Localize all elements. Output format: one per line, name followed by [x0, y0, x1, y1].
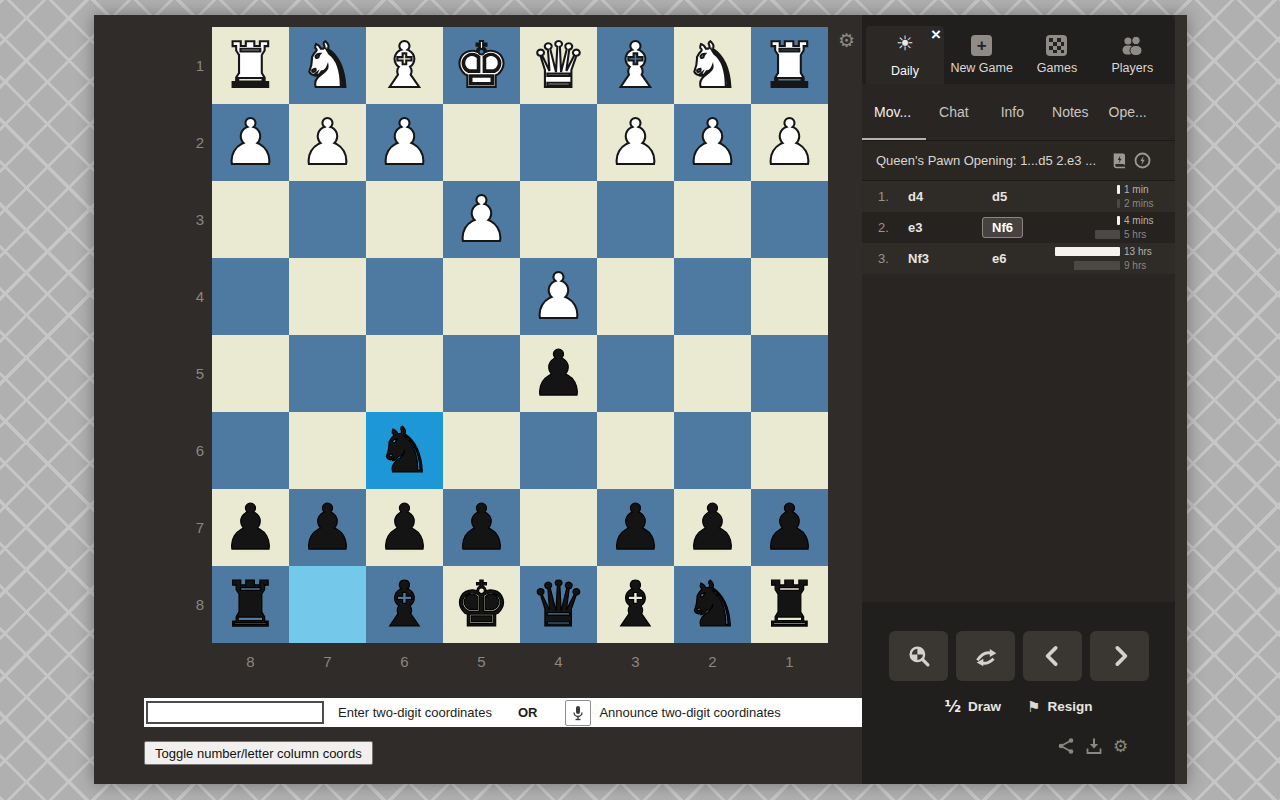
chess-board[interactable]: ♜♞♝♚♛♝♞♜♟♟♟♟♟♟♟♟♟♞♟♟♟♟♟♟♟♜♝♚♛♝♞♜ [212, 27, 828, 643]
square-e6[interactable] [443, 412, 520, 489]
square-d4[interactable]: ♟ [520, 258, 597, 335]
share-icon[interactable] [1057, 737, 1075, 755]
square-d1[interactable]: ♛ [520, 27, 597, 104]
tab-info[interactable]: Info [1001, 104, 1024, 120]
file-label-7: 7 [289, 649, 366, 675]
square-g5[interactable] [289, 335, 366, 412]
app-window: 12345678 ♜♞♝♚♛♝♞♜♟♟♟♟♟♟♟♟♟♞♟♟♟♟♟♟♟♜♝♚♛♝♞… [94, 15, 1187, 784]
square-d3[interactable] [520, 181, 597, 258]
piece-white-king[interactable]: ♚ [443, 27, 520, 104]
settings-gear-icon[interactable]: ⚙ [1113, 738, 1128, 755]
square-b2[interactable]: ♟ [674, 104, 751, 181]
tab-new-game[interactable]: + New Game [944, 26, 1019, 84]
square-b5[interactable] [674, 335, 751, 412]
file-labels: 87654321 [212, 649, 828, 675]
panel-tabs: Mov... Chat Info Notes Ope... [862, 84, 1175, 140]
branch-arrows-icon [973, 643, 999, 669]
tab-games[interactable]: Games [1019, 26, 1094, 84]
flag-icon: ⚑ [1027, 698, 1040, 716]
piece-white-pawn[interactable]: ♟ [674, 104, 751, 181]
piece-black-pawn[interactable]: ♟ [212, 489, 289, 566]
piece-black-bishop[interactable]: ♝ [597, 566, 674, 643]
piece-black-knight[interactable]: ♞ [674, 566, 751, 643]
square-g2[interactable]: ♟ [289, 104, 366, 181]
toggle-coords-button[interactable]: Toggle number/letter column coords [144, 741, 373, 765]
time-bar [1055, 247, 1120, 256]
square-e4[interactable] [443, 258, 520, 335]
square-h8[interactable]: ♜ [212, 566, 289, 643]
piece-black-pawn[interactable]: ♟ [597, 489, 674, 566]
board-pane: 12345678 ♜♞♝♚♛♝♞♜♟♟♟♟♟♟♟♟♟♞♟♟♟♟♟♟♟♜♝♚♛♝♞… [94, 15, 862, 784]
square-d8[interactable]: ♛ [520, 566, 597, 643]
square-a6[interactable] [751, 412, 828, 489]
piece-white-rook[interactable]: ♜ [751, 27, 828, 104]
square-g1[interactable]: ♞ [289, 27, 366, 104]
tab-notes[interactable]: Notes [1052, 104, 1089, 120]
rank-label-4: 4 [178, 258, 204, 335]
game-controls [889, 631, 1149, 681]
square-h5[interactable] [212, 335, 289, 412]
square-e3[interactable]: ♟ [443, 181, 520, 258]
time-label: 1 min [1120, 184, 1176, 195]
piece-white-rook[interactable]: ♜ [212, 27, 289, 104]
square-h4[interactable] [212, 258, 289, 335]
square-b3[interactable] [674, 181, 751, 258]
square-f6[interactable]: ♞ [366, 412, 443, 489]
white-move[interactable]: e3 [908, 220, 992, 235]
tab-moves[interactable]: Mov... [874, 104, 911, 120]
piece-black-pawn[interactable]: ♟ [443, 489, 520, 566]
piece-black-pawn[interactable]: ♟ [289, 489, 366, 566]
draw-label: Draw [968, 699, 1001, 714]
square-c1[interactable]: ♝ [597, 27, 674, 104]
games-board-icon [1046, 35, 1067, 56]
square-e2[interactable] [443, 104, 520, 181]
tab-players-label: Players [1111, 61, 1153, 75]
tab-games-label: Games [1037, 61, 1077, 75]
square-f4[interactable] [366, 258, 443, 335]
square-f3[interactable] [366, 181, 443, 258]
square-b4[interactable] [674, 258, 751, 335]
chevron-left-icon [1040, 643, 1066, 669]
square-h1[interactable]: ♜ [212, 27, 289, 104]
square-h2[interactable]: ♟ [212, 104, 289, 181]
opening-row: Queen's Pawn Opening: 1...d5 2.e3 ... [862, 140, 1175, 181]
square-g3[interactable] [289, 181, 366, 258]
time-label: 5 hrs [1120, 229, 1176, 240]
file-label-4: 4 [520, 649, 597, 675]
square-a7[interactable]: ♟ [751, 489, 828, 566]
move-number: 2. [878, 220, 908, 235]
piece-white-bishop[interactable]: ♝ [366, 27, 443, 104]
rank-labels: 12345678 [178, 27, 204, 643]
file-label-1: 1 [751, 649, 828, 675]
footer-icons: ⚙ [1057, 737, 1128, 755]
square-h7[interactable]: ♟ [212, 489, 289, 566]
square-f2[interactable]: ♟ [366, 104, 443, 181]
time-bar [1095, 230, 1120, 239]
square-c5[interactable] [597, 335, 674, 412]
resign-button[interactable]: ⚑ Resign [1027, 697, 1092, 716]
square-c7[interactable]: ♟ [597, 489, 674, 566]
black-move[interactable]: d5 [992, 189, 1054, 204]
piece-white-pawn[interactable]: ♟ [443, 181, 520, 258]
draw-button[interactable]: ½ Draw [944, 697, 1001, 716]
square-e1[interactable]: ♚ [443, 27, 520, 104]
piece-black-bishop[interactable]: ♝ [366, 566, 443, 643]
announce-coordinates-label: Announce two-digit coordinates [599, 705, 780, 720]
square-d6[interactable] [520, 412, 597, 489]
tab-new-game-label: New Game [950, 61, 1013, 75]
players-icon [1120, 35, 1144, 56]
analysis-magnifier-icon [906, 643, 932, 669]
chevron-right-icon [1107, 643, 1133, 669]
square-b7[interactable]: ♟ [674, 489, 751, 566]
microphone-icon [571, 705, 585, 721]
square-f7[interactable]: ♟ [366, 489, 443, 566]
board-settings-gear-icon[interactable]: ⚙ [838, 31, 855, 50]
header-tabs: + New Game Games [944, 26, 1170, 84]
coordinate-entry-bar: Enter two-digit coordinates OR Announce … [144, 698, 862, 727]
next-move-button[interactable] [1090, 631, 1149, 681]
move-times: 4 mins5 hrs [1054, 214, 1176, 241]
square-d7[interactable] [520, 489, 597, 566]
square-g7[interactable]: ♟ [289, 489, 366, 566]
enter-coordinates-label: Enter two-digit coordinates [338, 705, 492, 720]
white-move[interactable]: Nf3 [908, 251, 992, 266]
white-move[interactable]: d4 [908, 189, 992, 204]
square-b1[interactable]: ♞ [674, 27, 751, 104]
square-d5[interactable]: ♟ [520, 335, 597, 412]
rank-label-3: 3 [178, 181, 204, 258]
microphone-button[interactable] [565, 700, 591, 726]
opening-name: Queen's Pawn Opening: 1...d5 2.e3 ... [876, 153, 1096, 168]
close-icon[interactable]: × [931, 25, 941, 45]
move-times: 1 min2 mins [1054, 183, 1176, 210]
piece-white-queen[interactable]: ♛ [520, 27, 597, 104]
time-label: 9 hrs [1120, 260, 1176, 271]
scrollbar[interactable] [1175, 15, 1187, 784]
square-g4[interactable] [289, 258, 366, 335]
explorer-compass-icon[interactable] [1134, 152, 1151, 169]
share-moves-button[interactable] [956, 631, 1015, 681]
rank-label-2: 2 [178, 104, 204, 181]
square-b6[interactable] [674, 412, 751, 489]
square-c6[interactable] [597, 412, 674, 489]
move-list: 1.d4d51 min2 mins2.e3Nf64 mins5 hrs3.Nf3… [862, 181, 1175, 274]
sidebar-header: ☀ Daily × + New Game [862, 15, 1175, 84]
move-times: 13 hrs9 hrs [1054, 245, 1176, 272]
half-icon: ½ [944, 697, 961, 716]
rank-label-8: 8 [178, 566, 204, 643]
square-f8[interactable]: ♝ [366, 566, 443, 643]
file-label-8: 8 [212, 649, 289, 675]
move-number: 1. [878, 189, 908, 204]
square-g6[interactable] [289, 412, 366, 489]
file-label-6: 6 [366, 649, 443, 675]
piece-white-knight[interactable]: ♞ [289, 27, 366, 104]
square-e5[interactable] [443, 335, 520, 412]
time-label: 4 mins [1120, 215, 1176, 226]
time-label: 13 hrs [1120, 246, 1176, 257]
black-move[interactable]: e6 [992, 251, 1054, 266]
piece-white-pawn[interactable]: ♟ [597, 104, 674, 181]
square-h3[interactable] [212, 181, 289, 258]
time-label: 2 mins [1120, 198, 1176, 209]
piece-black-pawn[interactable]: ♟ [366, 489, 443, 566]
analysis-button[interactable] [889, 631, 948, 681]
square-a4[interactable] [751, 258, 828, 335]
square-b8[interactable]: ♞ [674, 566, 751, 643]
file-label-2: 2 [674, 649, 751, 675]
piece-white-pawn[interactable]: ♟ [366, 104, 443, 181]
tab-players[interactable]: Players [1095, 26, 1170, 84]
piece-white-pawn[interactable]: ♟ [289, 104, 366, 181]
square-a3[interactable] [751, 181, 828, 258]
piece-black-pawn[interactable]: ♟ [751, 489, 828, 566]
tab-daily-label: Daily [866, 64, 944, 78]
move-row: 2.e3Nf64 mins5 hrs [862, 212, 1175, 243]
piece-black-queen[interactable]: ♛ [520, 566, 597, 643]
square-c4[interactable] [597, 258, 674, 335]
tab-openings[interactable]: Ope... [1109, 104, 1147, 120]
square-a8[interactable]: ♜ [751, 566, 828, 643]
tab-daily[interactable]: ☀ Daily × [866, 26, 944, 84]
coordinate-input[interactable] [146, 701, 324, 724]
piece-black-knight[interactable]: ♞ [366, 412, 443, 489]
move-row: 1.d4d51 min2 mins [862, 181, 1175, 212]
square-a1[interactable]: ♜ [751, 27, 828, 104]
piece-white-pawn[interactable]: ♟ [520, 258, 597, 335]
rank-label-6: 6 [178, 412, 204, 489]
sidebar: ☀ Daily × + New Game [862, 15, 1187, 784]
rank-label-1: 1 [178, 27, 204, 104]
move-row: 3.Nf3e613 hrs9 hrs [862, 243, 1175, 274]
black-move[interactable]: Nf6 [992, 220, 1054, 235]
square-a5[interactable] [751, 335, 828, 412]
opening-book-icon[interactable] [1111, 152, 1128, 169]
square-f1[interactable]: ♝ [366, 27, 443, 104]
piece-black-pawn[interactable]: ♟ [520, 335, 597, 412]
square-c2[interactable]: ♟ [597, 104, 674, 181]
square-e8[interactable]: ♚ [443, 566, 520, 643]
sidebar-footer-panel [862, 602, 1175, 784]
rank-label-7: 7 [178, 489, 204, 566]
file-label-5: 5 [443, 649, 520, 675]
previous-move-button[interactable] [1023, 631, 1082, 681]
square-e7[interactable]: ♟ [443, 489, 520, 566]
move-number: 3. [878, 251, 908, 266]
square-c3[interactable] [597, 181, 674, 258]
square-h6[interactable] [212, 412, 289, 489]
rank-label-5: 5 [178, 335, 204, 412]
tab-chat[interactable]: Chat [939, 104, 969, 120]
new-game-plus-icon: + [971, 35, 992, 56]
or-label: OR [518, 705, 538, 720]
draw-resign-row: ½ Draw ⚑ Resign [862, 697, 1175, 716]
resign-label: Resign [1048, 699, 1093, 714]
square-d2[interactable] [520, 104, 597, 181]
piece-black-rook[interactable]: ♜ [212, 566, 289, 643]
piece-white-knight[interactable]: ♞ [674, 27, 751, 104]
piece-white-bishop[interactable]: ♝ [597, 27, 674, 104]
piece-white-pawn[interactable]: ♟ [751, 104, 828, 181]
download-icon[interactable] [1085, 737, 1103, 755]
square-c8[interactable]: ♝ [597, 566, 674, 643]
file-label-3: 3 [597, 649, 674, 675]
square-f5[interactable] [366, 335, 443, 412]
piece-black-king[interactable]: ♚ [443, 566, 520, 643]
piece-white-pawn[interactable]: ♟ [212, 104, 289, 181]
square-g8[interactable] [289, 566, 366, 643]
piece-black-pawn[interactable]: ♟ [674, 489, 751, 566]
time-bar [1074, 261, 1120, 270]
piece-black-rook[interactable]: ♜ [751, 566, 828, 643]
square-a2[interactable]: ♟ [751, 104, 828, 181]
